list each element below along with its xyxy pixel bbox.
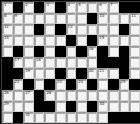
cell-r3-c1[interactable]: 12 — [2, 24, 13, 35]
clue-number: 31 — [25, 113, 30, 118]
cell-r7-c13[interactable] — [129, 68, 140, 79]
clue-number: 17 — [15, 58, 20, 63]
cell-r1-c4 — [34, 2, 45, 13]
cell-r3-c6 — [55, 24, 66, 35]
cell-r4-c9 — [87, 35, 98, 46]
cell-r7-c6 — [55, 68, 66, 79]
clue-number: 22 — [15, 80, 20, 85]
cell-r11-c3[interactable]: 31 — [23, 112, 34, 123]
cell-r11-c9[interactable] — [87, 112, 98, 123]
clue-number: 24 — [78, 80, 83, 85]
cell-r3-c4 — [34, 24, 45, 35]
cell-r9-c13[interactable] — [129, 90, 140, 101]
clue-number: 11 — [131, 14, 136, 19]
cell-r9-c3[interactable]: 27 — [23, 90, 34, 101]
cell-r11-c2 — [13, 112, 24, 123]
cell-r3-c2[interactable] — [13, 24, 24, 35]
clue-number: 29 — [4, 102, 9, 107]
clue-number: 2 — [25, 3, 27, 8]
cell-r7-c1 — [2, 68, 13, 79]
cell-r1-c7[interactable]: 4 — [66, 2, 77, 13]
cell-r8-c1 — [2, 79, 13, 90]
cell-r2-c1[interactable]: 8 — [2, 13, 13, 24]
cell-r7-c5[interactable] — [44, 68, 55, 79]
cell-r8-c8[interactable]: 24 — [76, 79, 87, 90]
cell-r3-c13[interactable] — [129, 24, 140, 35]
cell-r9-c1[interactable]: 26 — [2, 90, 13, 101]
cell-r1-c5[interactable]: 3 — [44, 2, 55, 13]
cell-r7-c9[interactable]: 20 — [87, 68, 98, 79]
cell-r8-c13 — [129, 79, 140, 90]
cell-r6-c6[interactable] — [55, 57, 66, 68]
cell-r2-c5[interactable] — [44, 13, 55, 24]
cell-r1-c10[interactable]: 6 — [97, 2, 108, 13]
cell-r3-c10[interactable] — [97, 24, 108, 35]
cell-r5-c8 — [76, 46, 87, 57]
cell-r5-c12 — [119, 46, 130, 57]
cell-r6-c2[interactable]: 17 — [13, 57, 24, 68]
cell-r10-c4 — [34, 101, 45, 112]
cell-r4-c11[interactable] — [108, 35, 119, 46]
cell-r8-c3 — [23, 79, 34, 90]
cell-r2-c4[interactable] — [34, 13, 45, 24]
clue-number: 26 — [4, 91, 9, 96]
cell-r5-c3[interactable] — [23, 46, 34, 57]
clue-number: 28 — [46, 91, 51, 96]
cell-r6-c5[interactable] — [44, 57, 55, 68]
cell-r5-c1[interactable] — [2, 46, 13, 57]
cell-r2-c11[interactable] — [108, 13, 119, 24]
cell-r6-c1 — [2, 57, 13, 68]
cell-r10-c1[interactable]: 29 — [2, 101, 13, 112]
clue-number: 25 — [121, 80, 126, 85]
cell-r5-c6 — [55, 46, 66, 57]
cell-r9-c11[interactable] — [108, 90, 119, 101]
cell-r5-c9[interactable]: 16 — [87, 46, 98, 57]
cell-r9-c4 — [34, 90, 45, 101]
cell-r11-c12 — [119, 112, 130, 123]
cell-r9-c5[interactable]: 28 — [44, 90, 55, 101]
cell-r1-c13 — [129, 2, 140, 13]
clue-number: 20 — [89, 69, 94, 74]
cell-r3-c9[interactable] — [87, 24, 98, 35]
cell-r8-c9 — [87, 79, 98, 90]
cell-r8-c5 — [44, 79, 55, 90]
cell-r6-c8[interactable] — [76, 57, 87, 68]
clue-number: 16 — [89, 47, 94, 52]
cell-r10-c5 — [44, 101, 55, 112]
cell-r9-c10[interactable] — [97, 90, 108, 101]
cell-r7-c3[interactable]: 19 — [23, 68, 34, 79]
cell-r7-c8 — [76, 68, 87, 79]
cell-r10-c3[interactable] — [23, 101, 34, 112]
cell-r7-c12 — [119, 68, 130, 79]
cell-r6-c13[interactable] — [129, 57, 140, 68]
cell-r8-c7 — [66, 79, 77, 90]
cell-r9-c12[interactable] — [119, 90, 130, 101]
cell-r2-c8[interactable] — [76, 13, 87, 24]
cell-r5-c13[interactable] — [129, 46, 140, 57]
cell-r10-c6[interactable] — [55, 101, 66, 112]
cell-r10-c9 — [87, 101, 98, 112]
clue-number: 12 — [4, 25, 9, 30]
cell-r6-c10 — [97, 57, 108, 68]
cell-r1-c12 — [119, 2, 130, 13]
clue-number: 30 — [99, 102, 104, 107]
clue-number: 14 — [4, 36, 9, 41]
clue-number: 13 — [68, 25, 73, 30]
cell-r8-c4[interactable] — [34, 79, 45, 90]
cell-r3-c3[interactable] — [23, 24, 34, 35]
cell-r9-c8[interactable] — [76, 90, 87, 101]
cell-r5-c7[interactable] — [66, 46, 77, 57]
clue-number: 5 — [78, 3, 80, 8]
cell-r2-c12[interactable] — [119, 13, 130, 24]
cell-r10-c12[interactable] — [119, 101, 130, 112]
cell-r2-c13[interactable]: 11 — [129, 13, 140, 24]
cell-r6-c4[interactable]: 18 — [34, 57, 45, 68]
cell-r10-c11[interactable] — [108, 101, 119, 112]
cell-r2-c9 — [87, 13, 98, 24]
cell-r11-c10[interactable] — [97, 112, 108, 123]
cell-r3-c11[interactable] — [108, 24, 119, 35]
cell-r6-c3[interactable] — [23, 57, 34, 68]
clue-number: 10 — [99, 14, 104, 19]
cell-r2-c2[interactable]: 9 — [13, 13, 24, 24]
cell-r4-c3[interactable] — [23, 35, 34, 46]
cell-r8-c10[interactable] — [97, 79, 108, 90]
cell-r8-c2[interactable]: 22 — [13, 79, 24, 90]
clue-number: 23 — [57, 80, 62, 85]
cell-r4-c1[interactable]: 14 — [2, 35, 13, 46]
cell-r4-c2[interactable] — [13, 35, 24, 46]
cell-r2-c3[interactable] — [23, 13, 34, 24]
cell-r11-c5[interactable] — [44, 112, 55, 123]
cell-r2-c10[interactable]: 10 — [97, 13, 108, 24]
cell-r8-c12[interactable]: 25 — [119, 79, 130, 90]
cell-r5-c4 — [34, 46, 45, 57]
cell-r2-c7[interactable] — [66, 13, 77, 24]
cell-r1-c1[interactable]: 1 — [2, 2, 13, 13]
crossword-app: 1234567891011121314151617181920212223242… — [0, 0, 140, 124]
cell-r6-c12 — [119, 57, 130, 68]
cell-r1-c8[interactable]: 5 — [76, 2, 87, 13]
cell-r7-c7[interactable] — [66, 68, 77, 79]
clue-number: 15 — [99, 36, 104, 41]
cell-r5-c11[interactable] — [108, 46, 119, 57]
cell-r4-c13[interactable] — [129, 35, 140, 46]
cell-r5-c10 — [97, 46, 108, 57]
cell-r10-c2[interactable] — [13, 101, 24, 112]
cell-r5-c5[interactable] — [44, 46, 55, 57]
cell-r7-c2 — [13, 68, 24, 79]
clue-number: 4 — [68, 3, 70, 8]
cell-r5-c2 — [13, 46, 24, 57]
cell-r10-c13[interactable] — [129, 101, 140, 112]
clue-number: 9 — [15, 14, 17, 19]
clue-number: 27 — [25, 91, 30, 96]
cell-r4-c10[interactable]: 15 — [97, 35, 108, 46]
cell-r9-c2[interactable] — [13, 90, 24, 101]
clue-number: 1 — [4, 3, 6, 8]
cell-r2-c6[interactable] — [55, 13, 66, 24]
cell-r4-c12[interactable] — [119, 35, 130, 46]
cell-r1-c6 — [55, 2, 66, 13]
cell-r10-c8[interactable] — [76, 101, 87, 112]
clue-number: 7 — [110, 3, 112, 8]
clue-number: 19 — [25, 69, 30, 74]
cell-r9-c7[interactable] — [66, 90, 77, 101]
cell-r3-c7[interactable]: 13 — [66, 24, 77, 35]
cell-r4-c4[interactable] — [34, 35, 45, 46]
cell-r1-c9[interactable] — [87, 2, 98, 13]
cell-r8-c11 — [108, 79, 119, 90]
cell-r6-c11 — [108, 57, 119, 68]
cell-r8-c6[interactable]: 23 — [55, 79, 66, 90]
cell-r11-c4[interactable] — [34, 112, 45, 123]
cell-r4-c7 — [66, 35, 77, 46]
cell-r4-c8[interactable] — [76, 35, 87, 46]
cell-r9-c6[interactable] — [55, 90, 66, 101]
clue-number: 6 — [99, 3, 101, 8]
cell-r3-c8[interactable] — [76, 24, 87, 35]
cell-r7-c11[interactable] — [108, 68, 119, 79]
cell-r7-c10[interactable]: 21 — [97, 68, 108, 79]
cell-r11-c13 — [129, 112, 140, 123]
cell-r1-c3[interactable]: 2 — [23, 2, 34, 13]
cell-r9-c9[interactable] — [87, 90, 98, 101]
clue-number: 3 — [46, 3, 48, 8]
cell-r11-c1[interactable] — [2, 112, 13, 123]
cell-r6-c7[interactable] — [66, 57, 77, 68]
clue-number: 18 — [36, 58, 41, 63]
cell-r1-c11[interactable]: 7 — [108, 2, 119, 13]
cell-r11-c6[interactable] — [55, 112, 66, 123]
cell-r7-c4[interactable] — [34, 68, 45, 79]
cell-r11-c11 — [108, 112, 119, 123]
clue-number: 21 — [99, 69, 104, 74]
cell-r4-c5[interactable] — [44, 35, 55, 46]
cell-r11-c8[interactable] — [76, 112, 87, 123]
cell-r1-c2 — [13, 2, 24, 13]
cell-r10-c7 — [66, 101, 77, 112]
crossword-grid: 1234567891011121314151617181920212223242… — [1, 1, 140, 124]
cell-r11-c7[interactable] — [66, 112, 77, 123]
cell-r3-c5[interactable] — [44, 24, 55, 35]
cell-r3-c12 — [119, 24, 130, 35]
cell-r6-c9[interactable] — [87, 57, 98, 68]
cell-r4-c6[interactable] — [55, 35, 66, 46]
cell-r10-c10[interactable]: 30 — [97, 101, 108, 112]
clue-number: 8 — [4, 14, 6, 19]
